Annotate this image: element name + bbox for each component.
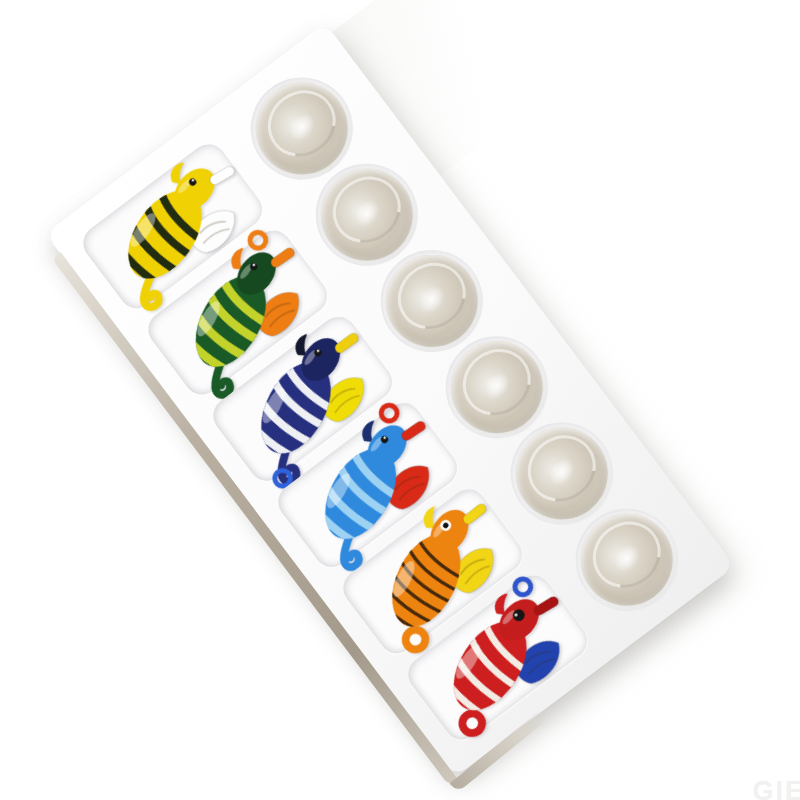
snout — [208, 165, 236, 187]
product-photo: GIE — [0, 0, 800, 800]
watermark-text: GIE — [752, 776, 800, 800]
hanging-loop — [247, 229, 269, 251]
hanging-loop — [378, 402, 400, 424]
snout — [400, 419, 427, 442]
snout — [461, 502, 488, 526]
tail-curl — [134, 278, 165, 310]
packaging-tray — [46, 23, 735, 777]
tray-grid — [46, 23, 735, 777]
snout — [532, 595, 560, 617]
hanging-loop — [512, 576, 534, 598]
